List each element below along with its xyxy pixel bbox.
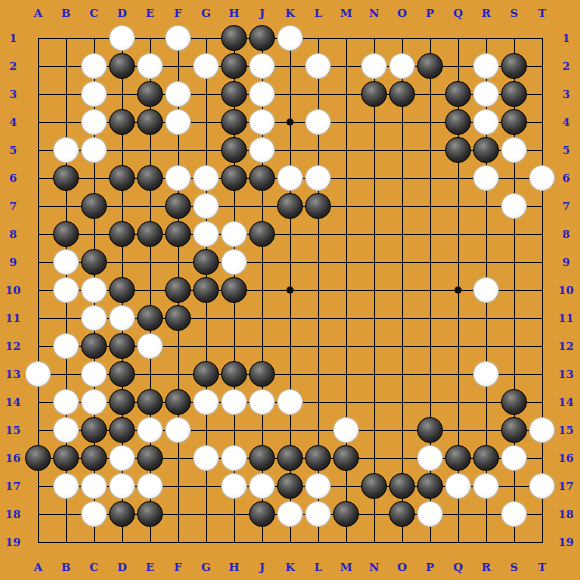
stone-black-H10[interactable] xyxy=(221,277,247,303)
intersection-R19[interactable] xyxy=(472,528,500,556)
intersection-E1[interactable] xyxy=(136,24,164,52)
intersection-C19[interactable] xyxy=(80,528,108,556)
intersection-N8[interactable] xyxy=(360,220,388,248)
intersection-S1[interactable] xyxy=(500,24,528,52)
stone-black-C12[interactable] xyxy=(81,333,107,359)
stone-white-R17[interactable] xyxy=(473,473,499,499)
stone-white-R13[interactable] xyxy=(473,361,499,387)
intersection-Q14[interactable] xyxy=(444,388,472,416)
intersection-D3[interactable] xyxy=(108,80,136,108)
stone-white-B10[interactable] xyxy=(53,277,79,303)
intersection-E10[interactable] xyxy=(136,276,164,304)
intersection-L11[interactable] xyxy=(304,304,332,332)
intersection-H15[interactable] xyxy=(220,416,248,444)
stone-black-R16[interactable] xyxy=(473,445,499,471)
intersection-T18[interactable] xyxy=(528,500,556,528)
intersection-B1[interactable] xyxy=(52,24,80,52)
intersection-Q9[interactable] xyxy=(444,248,472,276)
intersection-M4[interactable] xyxy=(332,108,360,136)
stone-white-D11[interactable] xyxy=(109,305,135,331)
stone-white-P16[interactable] xyxy=(417,445,443,471)
stone-white-B14[interactable] xyxy=(53,389,79,415)
intersection-T14[interactable] xyxy=(528,388,556,416)
stone-white-C5[interactable] xyxy=(81,137,107,163)
intersection-M11[interactable] xyxy=(332,304,360,332)
stone-white-C3[interactable] xyxy=(81,81,107,107)
stone-black-D8[interactable] xyxy=(109,221,135,247)
stone-white-B9[interactable] xyxy=(53,249,79,275)
intersection-H12[interactable] xyxy=(220,332,248,360)
stone-white-G14[interactable] xyxy=(193,389,219,415)
stone-white-D1[interactable] xyxy=(109,25,135,51)
stone-white-S18[interactable] xyxy=(501,501,527,527)
intersection-F16[interactable] xyxy=(164,444,192,472)
intersection-C6[interactable] xyxy=(80,164,108,192)
stone-white-M15[interactable] xyxy=(333,417,359,443)
intersection-P1[interactable] xyxy=(416,24,444,52)
stone-white-C4[interactable] xyxy=(81,109,107,135)
intersection-M8[interactable] xyxy=(332,220,360,248)
intersection-E13[interactable] xyxy=(136,360,164,388)
stone-black-S3[interactable] xyxy=(501,81,527,107)
intersection-N19[interactable] xyxy=(360,528,388,556)
intersection-G19[interactable] xyxy=(192,528,220,556)
stone-black-M16[interactable] xyxy=(333,445,359,471)
intersection-F19[interactable] xyxy=(164,528,192,556)
intersection-H7[interactable] xyxy=(220,192,248,220)
intersection-N5[interactable] xyxy=(360,136,388,164)
intersection-O13[interactable] xyxy=(388,360,416,388)
stone-black-G13[interactable] xyxy=(193,361,219,387)
intersection-N14[interactable] xyxy=(360,388,388,416)
intersection-B18[interactable] xyxy=(52,500,80,528)
stone-black-S4[interactable] xyxy=(501,109,527,135)
stone-black-D10[interactable] xyxy=(109,277,135,303)
intersection-M14[interactable] xyxy=(332,388,360,416)
intersection-T5[interactable] xyxy=(528,136,556,164)
intersection-E5[interactable] xyxy=(136,136,164,164)
intersection-O7[interactable] xyxy=(388,192,416,220)
intersection-R7[interactable] xyxy=(472,192,500,220)
stone-white-N2[interactable] xyxy=(361,53,387,79)
intersection-N4[interactable] xyxy=(360,108,388,136)
stone-black-C9[interactable] xyxy=(81,249,107,275)
stone-black-E4[interactable] xyxy=(137,109,163,135)
stone-white-J3[interactable] xyxy=(249,81,275,107)
stone-black-J8[interactable] xyxy=(249,221,275,247)
intersection-G11[interactable] xyxy=(192,304,220,332)
intersection-P12[interactable] xyxy=(416,332,444,360)
intersection-A4[interactable] xyxy=(24,108,52,136)
stone-white-E2[interactable] xyxy=(137,53,163,79)
stone-white-C11[interactable] xyxy=(81,305,107,331)
stone-black-A16[interactable] xyxy=(25,445,51,471)
stone-white-R10[interactable] xyxy=(473,277,499,303)
intersection-A5[interactable] xyxy=(24,136,52,164)
intersection-C1[interactable] xyxy=(80,24,108,52)
intersection-M3[interactable] xyxy=(332,80,360,108)
intersection-M10[interactable] xyxy=(332,276,360,304)
intersection-G17[interactable] xyxy=(192,472,220,500)
stone-white-E12[interactable] xyxy=(137,333,163,359)
intersection-O6[interactable] xyxy=(388,164,416,192)
stone-white-J4[interactable] xyxy=(249,109,275,135)
intersection-F2[interactable] xyxy=(164,52,192,80)
intersection-G15[interactable] xyxy=(192,416,220,444)
intersection-E9[interactable] xyxy=(136,248,164,276)
intersection-A7[interactable] xyxy=(24,192,52,220)
intersection-H19[interactable] xyxy=(220,528,248,556)
intersection-F9[interactable] xyxy=(164,248,192,276)
stone-white-H14[interactable] xyxy=(221,389,247,415)
stone-white-F1[interactable] xyxy=(165,25,191,51)
stone-white-G6[interactable] xyxy=(193,165,219,191)
intersection-O12[interactable] xyxy=(388,332,416,360)
intersection-M17[interactable] xyxy=(332,472,360,500)
intersection-M2[interactable] xyxy=(332,52,360,80)
intersection-C8[interactable] xyxy=(80,220,108,248)
intersection-A8[interactable] xyxy=(24,220,52,248)
intersection-M7[interactable] xyxy=(332,192,360,220)
intersection-T9[interactable] xyxy=(528,248,556,276)
intersection-P13[interactable] xyxy=(416,360,444,388)
stone-black-Q16[interactable] xyxy=(445,445,471,471)
stone-black-S15[interactable] xyxy=(501,417,527,443)
intersection-F17[interactable] xyxy=(164,472,192,500)
intersection-T8[interactable] xyxy=(528,220,556,248)
stone-black-P17[interactable] xyxy=(417,473,443,499)
intersection-K9[interactable] xyxy=(276,248,304,276)
stone-black-P15[interactable] xyxy=(417,417,443,443)
intersection-Q6[interactable] xyxy=(444,164,472,192)
stone-white-K1[interactable] xyxy=(277,25,303,51)
intersection-K3[interactable] xyxy=(276,80,304,108)
stone-white-F3[interactable] xyxy=(165,81,191,107)
intersection-S19[interactable] xyxy=(500,528,528,556)
intersection-S6[interactable] xyxy=(500,164,528,192)
intersection-R9[interactable] xyxy=(472,248,500,276)
intersection-A10[interactable] xyxy=(24,276,52,304)
intersection-A15[interactable] xyxy=(24,416,52,444)
intersection-S11[interactable] xyxy=(500,304,528,332)
intersection-T3[interactable] xyxy=(528,80,556,108)
intersection-P4[interactable] xyxy=(416,108,444,136)
intersection-T10[interactable] xyxy=(528,276,556,304)
intersection-K13[interactable] xyxy=(276,360,304,388)
intersection-N1[interactable] xyxy=(360,24,388,52)
stone-white-D16[interactable] xyxy=(109,445,135,471)
stone-black-F11[interactable] xyxy=(165,305,191,331)
intersection-K15[interactable] xyxy=(276,416,304,444)
intersection-A9[interactable] xyxy=(24,248,52,276)
intersection-K4[interactable] xyxy=(276,108,304,136)
stone-black-C15[interactable] xyxy=(81,417,107,443)
intersection-D19[interactable] xyxy=(108,528,136,556)
intersection-A18[interactable] xyxy=(24,500,52,528)
intersection-A6[interactable] xyxy=(24,164,52,192)
intersection-A3[interactable] xyxy=(24,80,52,108)
intersection-B2[interactable] xyxy=(52,52,80,80)
intersection-A19[interactable] xyxy=(24,528,52,556)
intersection-T4[interactable] xyxy=(528,108,556,136)
stone-black-D15[interactable] xyxy=(109,417,135,443)
intersection-N12[interactable] xyxy=(360,332,388,360)
intersection-S17[interactable] xyxy=(500,472,528,500)
stone-black-K17[interactable] xyxy=(277,473,303,499)
intersection-J9[interactable] xyxy=(248,248,276,276)
intersection-L8[interactable] xyxy=(304,220,332,248)
stone-black-G9[interactable] xyxy=(193,249,219,275)
stone-white-C13[interactable] xyxy=(81,361,107,387)
stone-white-F6[interactable] xyxy=(165,165,191,191)
stone-black-H5[interactable] xyxy=(221,137,247,163)
stone-white-H16[interactable] xyxy=(221,445,247,471)
intersection-E19[interactable] xyxy=(136,528,164,556)
stone-black-J13[interactable] xyxy=(249,361,275,387)
stone-white-J17[interactable] xyxy=(249,473,275,499)
intersection-A11[interactable] xyxy=(24,304,52,332)
intersection-T1[interactable] xyxy=(528,24,556,52)
stone-black-F7[interactable] xyxy=(165,193,191,219)
stone-white-S7[interactable] xyxy=(501,193,527,219)
intersection-N7[interactable] xyxy=(360,192,388,220)
intersection-F12[interactable] xyxy=(164,332,192,360)
intersection-P5[interactable] xyxy=(416,136,444,164)
intersection-J19[interactable] xyxy=(248,528,276,556)
intersection-N11[interactable] xyxy=(360,304,388,332)
stone-black-F10[interactable] xyxy=(165,277,191,303)
intersection-F13[interactable] xyxy=(164,360,192,388)
intersection-J7[interactable] xyxy=(248,192,276,220)
stone-black-Q3[interactable] xyxy=(445,81,471,107)
intersection-D9[interactable] xyxy=(108,248,136,276)
intersection-N6[interactable] xyxy=(360,164,388,192)
stone-black-H13[interactable] xyxy=(221,361,247,387)
stone-white-G7[interactable] xyxy=(193,193,219,219)
stone-white-R6[interactable] xyxy=(473,165,499,191)
intersection-Q11[interactable] xyxy=(444,304,472,332)
intersection-Q1[interactable] xyxy=(444,24,472,52)
stone-white-P18[interactable] xyxy=(417,501,443,527)
stone-black-B8[interactable] xyxy=(53,221,79,247)
intersection-T2[interactable] xyxy=(528,52,556,80)
stone-black-H3[interactable] xyxy=(221,81,247,107)
intersection-P9[interactable] xyxy=(416,248,444,276)
stone-black-D4[interactable] xyxy=(109,109,135,135)
stone-black-S2[interactable] xyxy=(501,53,527,79)
stone-white-J5[interactable] xyxy=(249,137,275,163)
stone-white-G2[interactable] xyxy=(193,53,219,79)
intersection-A17[interactable] xyxy=(24,472,52,500)
intersection-L13[interactable] xyxy=(304,360,332,388)
intersection-P14[interactable] xyxy=(416,388,444,416)
stone-white-S5[interactable] xyxy=(501,137,527,163)
intersection-S8[interactable] xyxy=(500,220,528,248)
intersection-G4[interactable] xyxy=(192,108,220,136)
stone-black-R5[interactable] xyxy=(473,137,499,163)
intersection-D7[interactable] xyxy=(108,192,136,220)
stone-black-L7[interactable] xyxy=(305,193,331,219)
intersection-R18[interactable] xyxy=(472,500,500,528)
intersection-A12[interactable] xyxy=(24,332,52,360)
stone-white-R4[interactable] xyxy=(473,109,499,135)
stone-white-E17[interactable] xyxy=(137,473,163,499)
intersection-B7[interactable] xyxy=(52,192,80,220)
stone-black-C7[interactable] xyxy=(81,193,107,219)
stone-black-E8[interactable] xyxy=(137,221,163,247)
stone-black-K7[interactable] xyxy=(277,193,303,219)
stone-white-G16[interactable] xyxy=(193,445,219,471)
stone-white-L18[interactable] xyxy=(305,501,331,527)
stone-white-J2[interactable] xyxy=(249,53,275,79)
intersection-B4[interactable] xyxy=(52,108,80,136)
stone-black-N17[interactable] xyxy=(361,473,387,499)
stone-black-L16[interactable] xyxy=(305,445,331,471)
intersection-N18[interactable] xyxy=(360,500,388,528)
intersection-R14[interactable] xyxy=(472,388,500,416)
intersection-L1[interactable] xyxy=(304,24,332,52)
stone-black-H1[interactable] xyxy=(221,25,247,51)
stone-black-E6[interactable] xyxy=(137,165,163,191)
intersection-L9[interactable] xyxy=(304,248,332,276)
stone-white-H8[interactable] xyxy=(221,221,247,247)
intersection-S13[interactable] xyxy=(500,360,528,388)
intersection-J10[interactable] xyxy=(248,276,276,304)
intersection-S12[interactable] xyxy=(500,332,528,360)
stone-white-H9[interactable] xyxy=(221,249,247,275)
stone-black-G10[interactable] xyxy=(193,277,219,303)
intersection-T11[interactable] xyxy=(528,304,556,332)
intersection-O11[interactable] xyxy=(388,304,416,332)
intersection-G3[interactable] xyxy=(192,80,220,108)
stone-black-B6[interactable] xyxy=(53,165,79,191)
stone-white-C10[interactable] xyxy=(81,277,107,303)
intersection-K2[interactable] xyxy=(276,52,304,80)
stone-white-K18[interactable] xyxy=(277,501,303,527)
intersection-L12[interactable] xyxy=(304,332,332,360)
intersection-T19[interactable] xyxy=(528,528,556,556)
stone-black-J1[interactable] xyxy=(249,25,275,51)
stone-white-L6[interactable] xyxy=(305,165,331,191)
intersection-Q13[interactable] xyxy=(444,360,472,388)
intersection-B13[interactable] xyxy=(52,360,80,388)
stone-white-C17[interactable] xyxy=(81,473,107,499)
intersection-K8[interactable] xyxy=(276,220,304,248)
intersection-T16[interactable] xyxy=(528,444,556,472)
intersection-J12[interactable] xyxy=(248,332,276,360)
intersection-J15[interactable] xyxy=(248,416,276,444)
intersection-Q8[interactable] xyxy=(444,220,472,248)
stone-white-L17[interactable] xyxy=(305,473,331,499)
intersection-N13[interactable] xyxy=(360,360,388,388)
stone-black-K16[interactable] xyxy=(277,445,303,471)
stone-white-K14[interactable] xyxy=(277,389,303,415)
intersection-G1[interactable] xyxy=(192,24,220,52)
stone-white-B15[interactable] xyxy=(53,417,79,443)
intersection-T12[interactable] xyxy=(528,332,556,360)
stone-white-O2[interactable] xyxy=(389,53,415,79)
intersection-P6[interactable] xyxy=(416,164,444,192)
stone-white-R2[interactable] xyxy=(473,53,499,79)
stone-black-J16[interactable] xyxy=(249,445,275,471)
stone-white-R3[interactable] xyxy=(473,81,499,107)
stone-white-K6[interactable] xyxy=(277,165,303,191)
intersection-T13[interactable] xyxy=(528,360,556,388)
stone-black-F14[interactable] xyxy=(165,389,191,415)
intersection-G12[interactable] xyxy=(192,332,220,360)
intersection-Q15[interactable] xyxy=(444,416,472,444)
intersection-G5[interactable] xyxy=(192,136,220,164)
intersection-P8[interactable] xyxy=(416,220,444,248)
intersection-P11[interactable] xyxy=(416,304,444,332)
intersection-E7[interactable] xyxy=(136,192,164,220)
stone-white-B17[interactable] xyxy=(53,473,79,499)
intersection-A1[interactable] xyxy=(24,24,52,52)
intersection-B19[interactable] xyxy=(52,528,80,556)
intersection-A14[interactable] xyxy=(24,388,52,416)
intersection-O4[interactable] xyxy=(388,108,416,136)
intersection-J11[interactable] xyxy=(248,304,276,332)
stone-white-H17[interactable] xyxy=(221,473,247,499)
stone-white-L2[interactable] xyxy=(305,53,331,79)
stone-black-E18[interactable] xyxy=(137,501,163,527)
stone-white-E15[interactable] xyxy=(137,417,163,443)
intersection-O1[interactable] xyxy=(388,24,416,52)
stone-white-T6[interactable] xyxy=(529,165,555,191)
intersection-B11[interactable] xyxy=(52,304,80,332)
stone-white-Q17[interactable] xyxy=(445,473,471,499)
intersection-R11[interactable] xyxy=(472,304,500,332)
stone-black-B16[interactable] xyxy=(53,445,79,471)
intersection-R1[interactable] xyxy=(472,24,500,52)
intersection-O5[interactable] xyxy=(388,136,416,164)
intersection-P7[interactable] xyxy=(416,192,444,220)
stone-black-F8[interactable] xyxy=(165,221,191,247)
intersection-L5[interactable] xyxy=(304,136,332,164)
intersection-L10[interactable] xyxy=(304,276,332,304)
stone-black-Q5[interactable] xyxy=(445,137,471,163)
intersection-Q12[interactable] xyxy=(444,332,472,360)
intersection-N16[interactable] xyxy=(360,444,388,472)
stone-white-B5[interactable] xyxy=(53,137,79,163)
intersection-N15[interactable] xyxy=(360,416,388,444)
intersection-M19[interactable] xyxy=(332,528,360,556)
intersection-S10[interactable] xyxy=(500,276,528,304)
intersection-O15[interactable] xyxy=(388,416,416,444)
stone-black-M18[interactable] xyxy=(333,501,359,527)
intersection-M12[interactable] xyxy=(332,332,360,360)
intersection-K10[interactable] xyxy=(276,276,304,304)
intersection-Q7[interactable] xyxy=(444,192,472,220)
intersection-B3[interactable] xyxy=(52,80,80,108)
intersection-L3[interactable] xyxy=(304,80,332,108)
intersection-O19[interactable] xyxy=(388,528,416,556)
stone-black-D14[interactable] xyxy=(109,389,135,415)
intersection-K19[interactable] xyxy=(276,528,304,556)
intersection-Q18[interactable] xyxy=(444,500,472,528)
stone-white-T17[interactable] xyxy=(529,473,555,499)
stone-black-D12[interactable] xyxy=(109,333,135,359)
intersection-P19[interactable] xyxy=(416,528,444,556)
stone-white-L4[interactable] xyxy=(305,109,331,135)
stone-white-D17[interactable] xyxy=(109,473,135,499)
stone-white-C18[interactable] xyxy=(81,501,107,527)
stone-black-H6[interactable] xyxy=(221,165,247,191)
intersection-P3[interactable] xyxy=(416,80,444,108)
stone-black-O18[interactable] xyxy=(389,501,415,527)
intersection-O14[interactable] xyxy=(388,388,416,416)
intersection-H18[interactable] xyxy=(220,500,248,528)
